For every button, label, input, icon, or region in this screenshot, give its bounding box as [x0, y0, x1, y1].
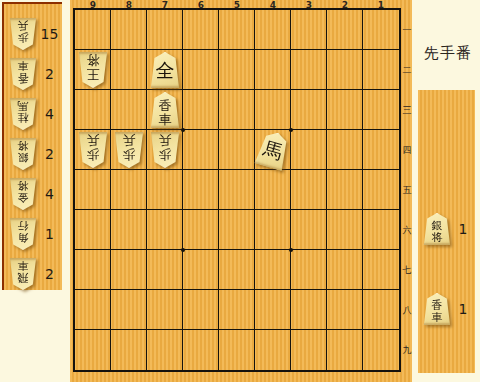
square-3-1[interactable]	[291, 10, 327, 50]
piece-glyph: 全	[156, 60, 175, 80]
gote-hand-row-rook: 飛車2	[4, 254, 62, 294]
rank-label-6: 六	[402, 210, 412, 250]
square-9-6[interactable]	[75, 210, 111, 250]
star-point-3	[181, 248, 185, 252]
gote-hand-count-lance: 2	[37, 66, 62, 82]
gote-hand-count-gold: 4	[37, 186, 62, 202]
square-6-4[interactable]	[183, 130, 219, 170]
square-1-4[interactable]	[363, 130, 399, 170]
square-7-1[interactable]	[147, 10, 183, 50]
gote-hand-count-silver: 2	[37, 146, 62, 162]
square-6-9[interactable]	[183, 330, 219, 370]
square-6-2[interactable]	[183, 50, 219, 90]
star-point-2	[289, 128, 293, 132]
square-2-4[interactable]	[327, 130, 363, 170]
square-6-6[interactable]	[183, 210, 219, 250]
square-5-5[interactable]	[219, 170, 255, 210]
square-2-2[interactable]	[327, 50, 363, 90]
piece-glyph: 兵	[18, 19, 29, 31]
piece-face: 全	[150, 52, 180, 88]
square-5-1[interactable]	[219, 10, 255, 50]
board-piece-pawn-gote[interactable]: 歩兵	[78, 132, 108, 168]
gote-hand-count-pawn: 15	[37, 26, 62, 42]
piece-face: 桂馬	[9, 98, 37, 130]
square-2-3[interactable]	[327, 90, 363, 130]
square-1-5[interactable]	[363, 170, 399, 210]
piece-glyph: 将	[87, 53, 100, 67]
piece-glyph: 角	[18, 231, 29, 243]
gote-hand-count-knight: 4	[37, 106, 62, 122]
piece-glyph: 王	[87, 67, 100, 81]
shogi-board: 987654321 一二三四五六七八九 王将全香車歩兵歩兵歩兵馬	[70, 0, 412, 382]
gote-hand-count-rook: 2	[37, 266, 62, 282]
square-9-5[interactable]	[75, 170, 111, 210]
piece-glyph: 兵	[123, 133, 136, 147]
piece-glyph: 金	[18, 191, 29, 203]
sente-hand-count-silver: 1	[454, 221, 472, 237]
square-1-1[interactable]	[363, 10, 399, 50]
square-8-5[interactable]	[111, 170, 147, 210]
square-9-8[interactable]	[75, 290, 111, 330]
square-8-7[interactable]	[111, 250, 147, 290]
square-2-6[interactable]	[327, 210, 363, 250]
piece-glyph: 将	[432, 232, 443, 244]
piece-glyph: 香	[18, 71, 29, 83]
tray-piece-lance-gote[interactable]: 香車	[9, 58, 37, 90]
square-6-5[interactable]	[183, 170, 219, 210]
square-8-2[interactable]	[111, 50, 147, 90]
square-5-2[interactable]	[219, 50, 255, 90]
piece-face: 銀将	[423, 213, 451, 245]
piece-face: 歩兵	[9, 18, 37, 50]
piece-glyph: 銀	[18, 151, 29, 163]
square-7-8[interactable]	[147, 290, 183, 330]
piece-glyph: 行	[18, 219, 29, 231]
piece-glyph: 将	[18, 139, 29, 151]
gote-hand-row-gold: 金将4	[4, 174, 62, 214]
square-2-5[interactable]	[327, 170, 363, 210]
square-1-6[interactable]	[363, 210, 399, 250]
tray-piece-bishop-gote[interactable]: 角行	[9, 218, 37, 250]
piece-glyph: 香	[159, 99, 172, 113]
square-1-2[interactable]	[363, 50, 399, 90]
rank-label-8: 八	[402, 290, 412, 330]
piece-glyph: 車	[432, 312, 443, 324]
piece-glyph: 車	[18, 259, 29, 271]
square-4-1[interactable]	[255, 10, 291, 50]
gote-hand-row-lance: 香車2	[4, 54, 62, 94]
square-7-9[interactable]	[147, 330, 183, 370]
piece-face: 飛車	[9, 258, 37, 290]
board-piece-lance-sente[interactable]: 香車	[150, 92, 180, 128]
tray slot-piece-piece-lance-sente[interactable]: 香車	[423, 293, 451, 325]
square-5-8[interactable]	[219, 290, 255, 330]
tray-piece-rook-gote[interactable]: 飛車	[9, 258, 37, 290]
square-3-5[interactable]	[291, 170, 327, 210]
square-6-7[interactable]	[183, 250, 219, 290]
piece-glyph: 馬	[261, 137, 285, 161]
gote-hand-row-bishop: 角行1	[4, 214, 62, 254]
square-5-7[interactable]	[219, 250, 255, 290]
square-4-2[interactable]	[255, 50, 291, 90]
square-7-6[interactable]	[147, 210, 183, 250]
piece-face: 王将	[78, 52, 108, 88]
piece-face: 香車	[423, 293, 451, 325]
square-5-6[interactable]	[219, 210, 255, 250]
sente-hand-count-lance: 1	[454, 301, 472, 317]
piece-face: 馬	[254, 129, 293, 172]
square-6-1[interactable]	[183, 10, 219, 50]
board-piece-pawn-gote[interactable]: 歩兵	[150, 132, 180, 168]
square-8-6[interactable]	[111, 210, 147, 250]
piece-glyph: 歩	[18, 31, 29, 43]
piece-face: 歩兵	[150, 132, 180, 168]
square-2-9[interactable]	[327, 330, 363, 370]
square-6-8[interactable]	[183, 290, 219, 330]
square-4-5[interactable]	[255, 170, 291, 210]
gote-hand-row-pawn: 歩兵15	[4, 14, 62, 54]
piece-glyph: 車	[159, 113, 172, 127]
piece-face: 角行	[9, 218, 37, 250]
square-9-1[interactable]	[75, 10, 111, 50]
rank-label-5: 五	[402, 170, 412, 210]
square-4-8[interactable]	[255, 290, 291, 330]
square-8-3[interactable]	[111, 90, 147, 130]
piece-glyph: 将	[18, 179, 29, 191]
square-4-6[interactable]	[255, 210, 291, 250]
rank-coordinate-labels: 一二三四五六七八九	[402, 10, 412, 370]
tray-piece-gold-gote[interactable]: 金将	[9, 178, 37, 210]
piece-glyph: 兵	[159, 133, 172, 147]
piece-face: 銀将	[9, 138, 37, 170]
rank-label-9: 九	[402, 330, 412, 370]
shogi-app: 歩兵15香車2桂馬4銀将2金将4角行1飛車2 987654321 一二三四五六七…	[0, 0, 480, 382]
square-8-1[interactable]	[111, 10, 147, 50]
tray slot-piece-piece-silver-sente[interactable]: 銀将	[423, 213, 451, 245]
rank-label-4: 四	[402, 130, 412, 170]
sente-captured-pieces-tray: 銀将1香車1	[418, 90, 475, 373]
rank-label-1: 一	[402, 10, 412, 50]
square-4-9[interactable]	[255, 330, 291, 370]
square-3-2[interactable]	[291, 50, 327, 90]
piece-glyph: 桂	[18, 111, 29, 123]
square-3-3[interactable]	[291, 90, 327, 130]
square-5-9[interactable]	[219, 330, 255, 370]
board-piece-king-gote[interactable]: 王将	[78, 52, 108, 88]
gote-hand-row-silver: 銀将2	[4, 134, 62, 174]
square-4-7[interactable]	[255, 250, 291, 290]
piece-glyph: 歩	[159, 147, 172, 161]
piece-glyph: 車	[18, 59, 29, 71]
star-point-4	[289, 248, 293, 252]
piece-glyph: 飛	[18, 271, 29, 283]
piece-glyph: 歩	[123, 147, 136, 161]
square-5-4[interactable]	[219, 130, 255, 170]
square-1-8[interactable]	[363, 290, 399, 330]
square-1-3[interactable]	[363, 90, 399, 130]
square-5-3[interactable]	[219, 90, 255, 130]
piece-face: 金将	[9, 178, 37, 210]
square-1-9[interactable]	[363, 330, 399, 370]
turn-indicator: 先手番	[424, 44, 472, 63]
square-3-7[interactable]	[291, 250, 327, 290]
piece-face: 香車	[150, 92, 180, 128]
piece-face: 歩兵	[78, 132, 108, 168]
piece-glyph: 馬	[18, 99, 29, 111]
piece-face: 歩兵	[114, 132, 144, 168]
square-3-9[interactable]	[291, 330, 327, 370]
piece-glyph: 歩	[87, 147, 100, 161]
square-2-7[interactable]	[327, 250, 363, 290]
square-3-8[interactable]	[291, 290, 327, 330]
gote-hand-row-knight: 桂馬4	[4, 94, 62, 134]
tray-piece-pawn-gote[interactable]: 歩兵	[9, 18, 37, 50]
square-9-7[interactable]	[75, 250, 111, 290]
square-6-3[interactable]	[183, 90, 219, 130]
board-piece-pawn-gote[interactable]: 歩兵	[114, 132, 144, 168]
board-grid	[73, 8, 401, 372]
square-8-8[interactable]	[111, 290, 147, 330]
square-3-6[interactable]	[291, 210, 327, 250]
piece-glyph: 兵	[87, 133, 100, 147]
piece-face: 香車	[9, 58, 37, 90]
gote-captured-pieces-tray: 歩兵15香車2桂馬4銀将2金将4角行1飛車2	[2, 2, 62, 290]
gote-hand-count-bishop: 1	[37, 226, 62, 242]
rank-label-3: 三	[402, 90, 412, 130]
square-9-3[interactable]	[75, 90, 111, 130]
square-8-9[interactable]	[111, 330, 147, 370]
square-2-8[interactable]	[327, 290, 363, 330]
rank-label-7: 七	[402, 250, 412, 290]
square-7-5[interactable]	[147, 170, 183, 210]
rank-label-2: 二	[402, 50, 412, 90]
tray-piece-knight-gote[interactable]: 桂馬	[9, 98, 37, 130]
square-1-7[interactable]	[363, 250, 399, 290]
tray-piece-silver-gote[interactable]: 銀将	[9, 138, 37, 170]
square-4-3[interactable]	[255, 90, 291, 130]
board-piece-promoted-silver-sente[interactable]: 全	[150, 52, 180, 88]
square-9-9[interactable]	[75, 330, 111, 370]
board-piece-promoted-bishop-sente[interactable]: 馬	[258, 132, 288, 168]
star-point-1	[181, 128, 185, 132]
square-2-1[interactable]	[327, 10, 363, 50]
square-3-4[interactable]	[291, 130, 327, 170]
square-7-7[interactable]	[147, 250, 183, 290]
